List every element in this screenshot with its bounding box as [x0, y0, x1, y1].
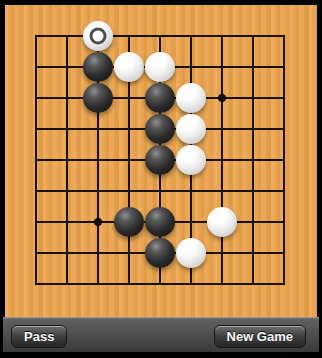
black-stone: [145, 83, 175, 113]
black-stone: [83, 83, 113, 113]
black-stone: [114, 207, 144, 237]
new-game-button[interactable]: New Game: [214, 325, 306, 348]
white-stone: [176, 238, 206, 268]
stones-layer: [5, 5, 317, 317]
white-stone: [176, 145, 206, 175]
white-stone: [176, 83, 206, 113]
white-stone: [83, 21, 113, 51]
black-stone: [145, 145, 175, 175]
white-stone: [207, 207, 237, 237]
pass-button[interactable]: Pass: [11, 325, 67, 348]
white-stone: [145, 52, 175, 82]
bottom-toolbar: Pass New Game: [3, 317, 319, 352]
white-stone: [176, 114, 206, 144]
black-stone: [83, 52, 113, 82]
white-stone: [114, 52, 144, 82]
black-stone: [145, 238, 175, 268]
last-move-marker: [90, 28, 107, 45]
black-stone: [145, 207, 175, 237]
go-board[interactable]: [5, 5, 317, 317]
black-stone: [145, 114, 175, 144]
app-window: Pass New Game: [0, 0, 322, 358]
